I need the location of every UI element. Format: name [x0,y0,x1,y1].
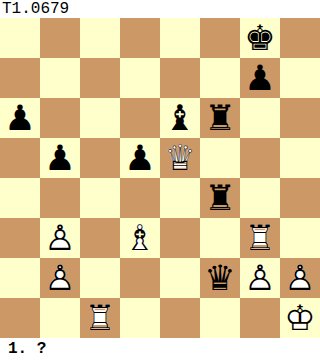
white-rook-outline: ♖ [80,298,120,338]
square-h1[interactable]: ♚♔ [280,298,320,338]
square-c2[interactable] [80,258,120,298]
title-bar: T1.0679 [0,0,320,18]
white-king-outline: ♔ [280,298,320,338]
square-f3[interactable] [200,218,240,258]
square-h6[interactable] [280,98,320,138]
square-e3[interactable] [160,218,200,258]
square-b4[interactable] [40,178,80,218]
square-h3[interactable] [280,218,320,258]
square-e2[interactable] [160,258,200,298]
white-queen-outline: ♕ [160,138,200,178]
square-g5[interactable] [240,138,280,178]
white-pawn-outline: ♙ [240,258,280,298]
square-a2[interactable] [0,258,40,298]
square-c8[interactable] [80,18,120,58]
square-b1[interactable] [40,298,80,338]
square-d7[interactable] [120,58,160,98]
square-g2[interactable]: ♟♙ [240,258,280,298]
black-pawn: ♟ [40,138,80,178]
white-pawn-outline: ♙ [40,258,80,298]
white-bishop-outline: ♗ [120,218,160,258]
black-rook: ♜ [200,178,240,218]
square-a4[interactable] [0,178,40,218]
status-bar: 1. ? [0,338,320,360]
white-rook-outline: ♖ [240,218,280,258]
square-c1[interactable]: ♜♖ [80,298,120,338]
square-h5[interactable] [280,138,320,178]
square-e4[interactable] [160,178,200,218]
white-rook: ♜♖ [80,298,120,338]
square-f7[interactable] [200,58,240,98]
square-d8[interactable] [120,18,160,58]
square-e7[interactable] [160,58,200,98]
white-pawn: ♟♙ [280,258,320,298]
square-e5[interactable]: ♛♕ [160,138,200,178]
square-c7[interactable] [80,58,120,98]
square-a5[interactable] [0,138,40,178]
square-h7[interactable] [280,58,320,98]
square-f8[interactable] [200,18,240,58]
white-pawn-outline: ♙ [40,218,80,258]
square-c5[interactable] [80,138,120,178]
square-g8[interactable]: ♚ [240,18,280,58]
move-prompt: 1. ? [0,338,46,360]
square-b5[interactable]: ♟ [40,138,80,178]
white-pawn: ♟♙ [240,258,280,298]
square-f5[interactable] [200,138,240,178]
square-e8[interactable] [160,18,200,58]
white-pawn: ♟♙ [40,258,80,298]
square-b6[interactable] [40,98,80,138]
square-c6[interactable] [80,98,120,138]
square-b2[interactable]: ♟♙ [40,258,80,298]
white-king: ♚♔ [280,298,320,338]
white-pawn-outline: ♙ [280,258,320,298]
square-g7[interactable]: ♟ [240,58,280,98]
square-h4[interactable] [280,178,320,218]
square-b8[interactable] [40,18,80,58]
square-h8[interactable] [280,18,320,58]
square-g6[interactable] [240,98,280,138]
square-c3[interactable] [80,218,120,258]
square-d4[interactable] [120,178,160,218]
diagram-title: T1.0679 [0,0,69,18]
square-f1[interactable] [200,298,240,338]
black-pawn: ♟ [120,138,160,178]
square-d5[interactable]: ♟ [120,138,160,178]
black-pawn: ♟ [0,98,40,138]
white-pawn: ♟♙ [40,218,80,258]
square-f6[interactable]: ♜ [200,98,240,138]
square-h2[interactable]: ♟♙ [280,258,320,298]
square-g1[interactable] [240,298,280,338]
square-b3[interactable]: ♟♙ [40,218,80,258]
square-a8[interactable] [0,18,40,58]
black-bishop: ♝ [160,98,200,138]
square-d2[interactable] [120,258,160,298]
square-a3[interactable] [0,218,40,258]
square-c4[interactable] [80,178,120,218]
black-pawn: ♟ [240,58,280,98]
square-a6[interactable]: ♟ [0,98,40,138]
square-e1[interactable] [160,298,200,338]
square-a7[interactable] [0,58,40,98]
white-bishop: ♝♗ [120,218,160,258]
square-d6[interactable] [120,98,160,138]
black-rook: ♜ [200,98,240,138]
white-queen: ♛♕ [160,138,200,178]
square-a1[interactable] [0,298,40,338]
square-f2[interactable]: ♛ [200,258,240,298]
square-g3[interactable]: ♜♖ [240,218,280,258]
black-king: ♚ [240,18,280,58]
square-e6[interactable]: ♝ [160,98,200,138]
square-b7[interactable] [40,58,80,98]
square-d3[interactable]: ♝♗ [120,218,160,258]
square-d1[interactable] [120,298,160,338]
chess-board: ♚♟♟♝♜♟♟♛♕♜♟♙♝♗♜♖♟♙♛♟♙♟♙♜♖♚♔ [0,18,320,338]
square-f4[interactable]: ♜ [200,178,240,218]
black-queen: ♛ [200,258,240,298]
square-g4[interactable] [240,178,280,218]
white-rook: ♜♖ [240,218,280,258]
